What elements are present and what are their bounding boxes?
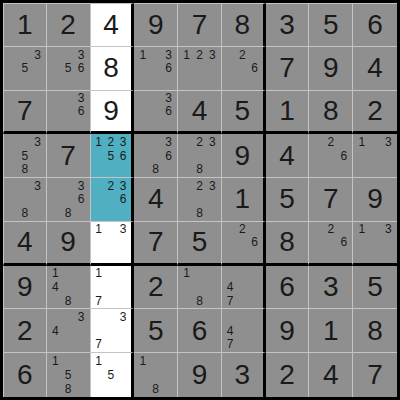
cell-r1c9[interactable]: 6 (353, 3, 397, 47)
pencil-mark-8: 8 (19, 163, 32, 177)
pencil-mark-8 (149, 117, 162, 130)
pencil-mark-5 (19, 193, 32, 207)
cell-digit: 6 (279, 273, 295, 301)
pencil-marks: 35 (6, 48, 44, 89)
pencil-mark-9 (117, 382, 129, 396)
pencil-mark-9 (162, 75, 175, 89)
cell-r7c4[interactable]: 2 (134, 266, 178, 310)
pencil-mark-3: 3 (206, 48, 219, 62)
pencil-marks: 26 (224, 48, 261, 89)
pencil-mark-8: 8 (62, 206, 75, 220)
cell-r7c9[interactable]: 5 (353, 266, 397, 310)
pencil-mark-7 (180, 294, 193, 308)
pencil-mark-9 (206, 75, 219, 89)
pencil-mark-9 (248, 75, 260, 89)
pencil-mark-2: 2 (105, 135, 117, 149)
cell-r3c7[interactable]: 1 (266, 91, 310, 135)
cell-r9c7[interactable]: 2 (266, 353, 310, 397)
pencil-mark-1 (49, 92, 62, 105)
pencil-mark-4: 4 (49, 280, 62, 294)
pencil-mark-6 (117, 280, 129, 294)
cell-r2c1[interactable]: 35 (3, 47, 47, 91)
pencil-mark-8: 8 (193, 206, 206, 220)
pencil-mark-7 (49, 382, 62, 396)
pencil-mark-4 (136, 104, 149, 117)
pencil-mark-7 (136, 382, 149, 396)
pencil-mark-5: 5 (105, 368, 117, 382)
cell-r9c1[interactable]: 6 (3, 353, 47, 397)
cell-r9c8[interactable]: 4 (309, 353, 353, 397)
pencil-mark-6: 6 (162, 61, 175, 75)
cell-r3c5[interactable]: 4 (178, 91, 222, 135)
pencil-marks: 136 (136, 48, 175, 89)
pencil-mark-7 (93, 163, 105, 177)
cell-r3c3[interactable]: 9 (91, 91, 135, 135)
cell-r4c3[interactable]: 12356 (91, 134, 135, 178)
pencil-mark-7 (355, 249, 368, 262)
pencil-mark-1 (224, 48, 236, 62)
pencil-mark-3: 3 (117, 223, 129, 236)
cell-r8c6[interactable]: 47 (222, 309, 266, 353)
pencil-mark-8: 8 (62, 382, 75, 396)
cell-r4c7[interactable]: 4 (266, 134, 310, 178)
cell-r1c8[interactable]: 5 (309, 3, 353, 47)
pencil-mark-3: 3 (31, 135, 44, 149)
pencil-mark-9 (248, 338, 260, 352)
cell-r1c6[interactable]: 8 (222, 3, 266, 47)
pencil-mark-4 (93, 324, 105, 338)
pencil-mark-1: 1 (93, 267, 105, 281)
pencil-mark-5 (193, 149, 206, 163)
pencil-mark-3 (337, 223, 350, 236)
cell-digit: 4 (17, 228, 33, 256)
cell-r8c4[interactable]: 5 (134, 309, 178, 353)
pencil-mark-4 (93, 236, 105, 249)
cell-r4c4[interactable]: 368 (134, 134, 178, 178)
pencil-marks: 36 (136, 92, 175, 131)
pencil-mark-3 (248, 310, 260, 324)
pencil-mark-6: 6 (248, 61, 260, 75)
pencil-mark-4 (311, 149, 324, 163)
pencil-mark-5 (193, 280, 206, 294)
cell-digit: 4 (367, 54, 383, 82)
cell-r5c6[interactable]: 1 (222, 178, 266, 222)
pencil-mark-7 (180, 75, 193, 89)
pencil-mark-2: 2 (193, 135, 206, 149)
pencil-mark-1: 1 (49, 267, 62, 281)
pencil-marks: 358 (6, 135, 44, 176)
cell-digit: 5 (367, 273, 383, 301)
pencil-mark-6 (162, 368, 175, 382)
cell-r5c5[interactable]: 238 (178, 178, 222, 222)
pencil-mark-1 (49, 179, 62, 193)
cell-r5c3[interactable]: 236 (91, 178, 135, 222)
pencil-mark-9 (75, 206, 88, 220)
cell-r2c8[interactable]: 9 (309, 47, 353, 91)
pencil-mark-8: 8 (193, 163, 206, 177)
cell-digit: 9 (17, 273, 33, 301)
pencil-mark-5: 5 (19, 149, 32, 163)
pencil-mark-3: 3 (75, 48, 88, 62)
pencil-mark-6 (117, 236, 129, 249)
cell-r4c6[interactable]: 9 (222, 134, 266, 178)
pencil-marks: 18 (136, 354, 175, 396)
cell-digit: 5 (148, 317, 164, 345)
pencil-mark-3: 3 (162, 48, 175, 62)
pencil-mark-2 (62, 92, 75, 105)
cell-digit: 9 (367, 185, 383, 213)
pencil-mark-6 (382, 236, 395, 249)
cell-digit: 7 (323, 185, 339, 213)
pencil-mark-7 (93, 382, 105, 396)
cell-r8c9[interactable]: 8 (353, 309, 397, 353)
pencil-marks: 47 (224, 267, 261, 308)
pencil-mark-7 (49, 75, 62, 89)
cell-r9c4[interactable]: 18 (134, 353, 178, 397)
cell-r9c2[interactable]: 158 (47, 353, 91, 397)
pencil-mark-3: 3 (31, 48, 44, 62)
pencil-marks: 36 (49, 92, 88, 131)
cell-r8c1[interactable]: 2 (3, 309, 47, 353)
pencil-mark-9 (117, 206, 129, 220)
pencil-mark-2 (62, 179, 75, 193)
pencil-mark-9 (337, 249, 350, 262)
pencil-mark-2 (105, 354, 117, 368)
pencil-marks: 34 (49, 310, 88, 351)
pencil-mark-7 (355, 163, 368, 177)
pencil-mark-4: 4 (224, 324, 236, 338)
cell-r2c5[interactable]: 123 (178, 47, 222, 91)
pencil-mark-2 (149, 354, 162, 368)
pencil-mark-7 (180, 206, 193, 220)
cell-r8c3[interactable]: 37 (91, 309, 135, 353)
cell-r7c3[interactable]: 17 (91, 266, 135, 310)
cell-digit: 7 (192, 11, 208, 39)
pencil-mark-5 (149, 368, 162, 382)
cell-digit: 7 (367, 361, 383, 389)
cell-r4c5[interactable]: 238 (178, 134, 222, 178)
pencil-mark-8 (19, 75, 32, 89)
cell-digit: 2 (367, 97, 383, 125)
cell-digit: 1 (279, 97, 295, 125)
cell-r9c6[interactable]: 3 (222, 353, 266, 397)
pencil-mark-6: 6 (337, 149, 350, 163)
pencil-mark-5 (193, 193, 206, 207)
cell-r6c8[interactable]: 26 (309, 222, 353, 266)
pencil-mark-8 (368, 163, 381, 177)
cell-r9c5[interactable]: 9 (178, 353, 222, 397)
pencil-mark-8 (236, 75, 248, 89)
cell-r9c9[interactable]: 7 (353, 353, 397, 397)
pencil-mark-6 (117, 324, 129, 338)
cell-r6c3[interactable]: 13 (91, 222, 135, 266)
cell-r5c2[interactable]: 368 (47, 178, 91, 222)
pencil-marks: 26 (311, 135, 350, 176)
pencil-mark-1: 1 (355, 135, 368, 149)
pencil-marks: 13 (93, 223, 130, 262)
cell-digit: 5 (234, 97, 250, 125)
cell-r6c1[interactable]: 4 (3, 222, 47, 266)
cell-r2c6[interactable]: 26 (222, 47, 266, 91)
cell-r4c1[interactable]: 358 (3, 134, 47, 178)
cell-r6c4[interactable]: 7 (134, 222, 178, 266)
pencil-mark-6: 6 (117, 193, 129, 207)
pencil-mark-9 (75, 338, 88, 352)
pencil-mark-9 (162, 163, 175, 177)
cell-r1c5[interactable]: 7 (178, 3, 222, 47)
pencil-mark-3: 3 (117, 135, 129, 149)
cell-digit: 9 (103, 97, 119, 125)
pencil-mark-2: 2 (193, 179, 206, 193)
pencil-mark-7 (6, 75, 19, 89)
cell-digit: 8 (323, 97, 339, 125)
pencil-mark-1 (6, 48, 19, 62)
pencil-mark-6: 6 (248, 236, 260, 249)
pencil-mark-4 (224, 61, 236, 75)
cell-r3c2[interactable]: 36 (47, 91, 91, 135)
cell-r8c2[interactable]: 34 (47, 309, 91, 353)
pencil-mark-4 (136, 61, 149, 75)
pencil-mark-8 (62, 75, 75, 89)
cell-digit: 4 (192, 97, 208, 125)
pencil-mark-2: 2 (236, 223, 248, 236)
pencil-mark-1: 1 (49, 354, 62, 368)
cell-r6c9[interactable]: 13 (353, 222, 397, 266)
cell-r4c8[interactable]: 26 (309, 134, 353, 178)
pencil-mark-6 (31, 193, 44, 207)
pencil-mark-2 (149, 135, 162, 149)
cell-digit: 6 (17, 361, 33, 389)
pencil-mark-8 (236, 338, 248, 352)
pencil-marks: 148 (49, 267, 88, 308)
pencil-mark-3: 3 (382, 135, 395, 149)
sudoku-board: 1249783563535681361232679473693645182358… (0, 0, 400, 400)
pencil-mark-3: 3 (117, 310, 129, 324)
pencil-mark-6: 6 (162, 149, 175, 163)
pencil-mark-9 (206, 163, 219, 177)
pencil-mark-7 (49, 294, 62, 308)
pencil-marks: 17 (93, 267, 130, 308)
pencil-mark-9 (117, 163, 129, 177)
pencil-mark-6: 6 (162, 104, 175, 117)
pencil-mark-3: 3 (382, 223, 395, 236)
pencil-mark-7 (49, 206, 62, 220)
pencil-mark-3 (117, 267, 129, 281)
pencil-mark-7 (136, 163, 149, 177)
cell-digit: 5 (279, 185, 295, 213)
pencil-marks: 38 (6, 179, 44, 220)
cell-r3c4[interactable]: 36 (134, 91, 178, 135)
cell-digit: 7 (60, 142, 76, 170)
cell-r7c8[interactable]: 3 (309, 266, 353, 310)
pencil-mark-7 (136, 75, 149, 89)
pencil-mark-2 (19, 179, 32, 193)
pencil-mark-5 (236, 324, 248, 338)
pencil-mark-2: 2 (236, 48, 248, 62)
pencil-mark-1 (180, 135, 193, 149)
pencil-mark-2 (236, 310, 248, 324)
cell-r7c7[interactable]: 6 (266, 266, 310, 310)
cell-r1c2[interactable]: 2 (47, 3, 91, 47)
cell-r8c8[interactable]: 1 (309, 309, 353, 353)
pencil-mark-1 (311, 223, 324, 236)
pencil-mark-3 (248, 48, 260, 62)
pencil-mark-4 (49, 193, 62, 207)
pencil-mark-6 (75, 368, 88, 382)
cell-r5c1[interactable]: 38 (3, 178, 47, 222)
cell-digit: 4 (279, 142, 295, 170)
pencil-mark-2 (368, 135, 381, 149)
pencil-mark-2 (105, 267, 117, 281)
cell-r2c3[interactable]: 8 (91, 47, 135, 91)
pencil-mark-8: 8 (19, 206, 32, 220)
pencil-mark-2 (19, 135, 32, 149)
cell-r8c7[interactable]: 9 (266, 309, 310, 353)
pencil-mark-2 (62, 267, 75, 281)
pencil-mark-5 (62, 104, 75, 117)
pencil-mark-3: 3 (162, 135, 175, 149)
cell-r6c6[interactable]: 26 (222, 222, 266, 266)
pencil-mark-6 (206, 193, 219, 207)
pencil-mark-6 (75, 324, 88, 338)
pencil-mark-1: 1 (355, 223, 368, 236)
pencil-mark-7: 7 (224, 294, 236, 308)
pencil-mark-7 (136, 117, 149, 130)
pencil-mark-6: 6 (75, 193, 88, 207)
pencil-mark-5 (149, 104, 162, 117)
cell-r5c9[interactable]: 9 (353, 178, 397, 222)
pencil-mark-6 (31, 149, 44, 163)
cell-r2c9[interactable]: 4 (353, 47, 397, 91)
cell-r5c8[interactable]: 7 (309, 178, 353, 222)
pencil-mark-1 (136, 92, 149, 105)
cell-digit: 7 (17, 97, 33, 125)
cell-r7c2[interactable]: 148 (47, 266, 91, 310)
cell-r6c7[interactable]: 8 (266, 222, 310, 266)
pencil-mark-9 (117, 338, 129, 352)
pencil-mark-1 (180, 179, 193, 193)
pencil-mark-9 (75, 117, 88, 130)
pencil-mark-3 (337, 135, 350, 149)
pencil-mark-5 (62, 280, 75, 294)
pencil-mark-5 (105, 193, 117, 207)
cell-r5c7[interactable]: 5 (266, 178, 310, 222)
cell-r4c9[interactable]: 13 (353, 134, 397, 178)
pencil-mark-1 (6, 135, 19, 149)
cell-digit: 1 (323, 317, 339, 345)
pencil-mark-9 (382, 249, 395, 262)
pencil-mark-7 (311, 163, 324, 177)
pencil-mark-4 (355, 149, 368, 163)
pencil-mark-2 (368, 223, 381, 236)
pencil-mark-2 (236, 267, 248, 281)
cell-r7c5[interactable]: 18 (178, 266, 222, 310)
pencil-mark-2 (149, 48, 162, 62)
pencil-mark-4 (180, 61, 193, 75)
pencil-marks: 37 (93, 310, 130, 351)
pencil-mark-9 (162, 117, 175, 130)
cell-r3c1[interactable]: 7 (3, 91, 47, 135)
pencil-mark-3 (162, 354, 175, 368)
pencil-mark-8: 8 (149, 382, 162, 396)
cell-r6c2[interactable]: 9 (47, 222, 91, 266)
pencil-mark-9 (75, 382, 88, 396)
cell-digit: 9 (192, 361, 208, 389)
pencil-mark-7 (49, 338, 62, 352)
pencil-mark-9 (75, 294, 88, 308)
pencil-mark-7 (224, 249, 236, 262)
pencil-mark-8: 8 (193, 294, 206, 308)
pencil-mark-4 (136, 149, 149, 163)
pencil-mark-5 (105, 324, 117, 338)
pencil-mark-4 (180, 149, 193, 163)
pencil-mark-9 (31, 75, 44, 89)
cell-r8c5[interactable]: 6 (178, 309, 222, 353)
pencil-mark-8: 8 (62, 294, 75, 308)
pencil-mark-7: 7 (93, 338, 105, 352)
cell-r7c1[interactable]: 9 (3, 266, 47, 310)
cell-r3c9[interactable]: 2 (353, 91, 397, 135)
pencil-mark-1 (224, 267, 236, 281)
pencil-mark-1 (49, 48, 62, 62)
cell-r4c2[interactable]: 7 (47, 134, 91, 178)
pencil-mark-1 (224, 223, 236, 236)
cell-digit: 2 (17, 317, 33, 345)
cell-r2c4[interactable]: 136 (134, 47, 178, 91)
pencil-mark-7 (180, 163, 193, 177)
cell-r7c6[interactable]: 47 (222, 266, 266, 310)
pencil-mark-4 (49, 368, 62, 382)
cell-r1c1[interactable]: 1 (3, 3, 47, 47)
pencil-mark-5 (105, 280, 117, 294)
cell-r3c8[interactable]: 8 (309, 91, 353, 135)
cell-r5c4[interactable]: 4 (134, 178, 178, 222)
cell-digit: 2 (148, 273, 164, 301)
cell-r6c5[interactable]: 5 (178, 222, 222, 266)
pencil-mark-2 (193, 267, 206, 281)
pencil-marks: 26 (311, 223, 350, 262)
cell-r1c7[interactable]: 3 (266, 3, 310, 47)
pencil-marks: 47 (224, 310, 261, 351)
cell-digit: 6 (367, 11, 383, 39)
pencil-marks: 13 (355, 135, 395, 176)
pencil-mark-8 (105, 338, 117, 352)
pencil-mark-8: 8 (149, 163, 162, 177)
pencil-mark-8 (324, 163, 337, 177)
pencil-mark-3 (75, 354, 88, 368)
pencil-mark-4 (49, 61, 62, 75)
cell-digit: 4 (323, 361, 339, 389)
pencil-mark-4 (93, 193, 105, 207)
pencil-mark-6 (75, 280, 88, 294)
pencil-mark-9 (117, 249, 129, 262)
pencil-mark-9 (31, 206, 44, 220)
cell-r1c4[interactable]: 9 (134, 3, 178, 47)
pencil-mark-3: 3 (162, 92, 175, 105)
cell-r2c7[interactable]: 7 (266, 47, 310, 91)
cell-r1c3[interactable]: 4 (91, 3, 135, 47)
pencil-mark-1: 1 (136, 48, 149, 62)
cell-digit: 1 (234, 185, 250, 213)
cell-r3c6[interactable]: 5 (222, 91, 266, 135)
pencil-mark-9 (206, 294, 219, 308)
cell-r9c3[interactable]: 15 (91, 353, 135, 397)
pencil-mark-3: 3 (31, 179, 44, 193)
pencil-mark-8 (236, 294, 248, 308)
cell-r2c2[interactable]: 356 (47, 47, 91, 91)
pencil-mark-2: 2 (324, 223, 337, 236)
pencil-mark-8 (105, 163, 117, 177)
